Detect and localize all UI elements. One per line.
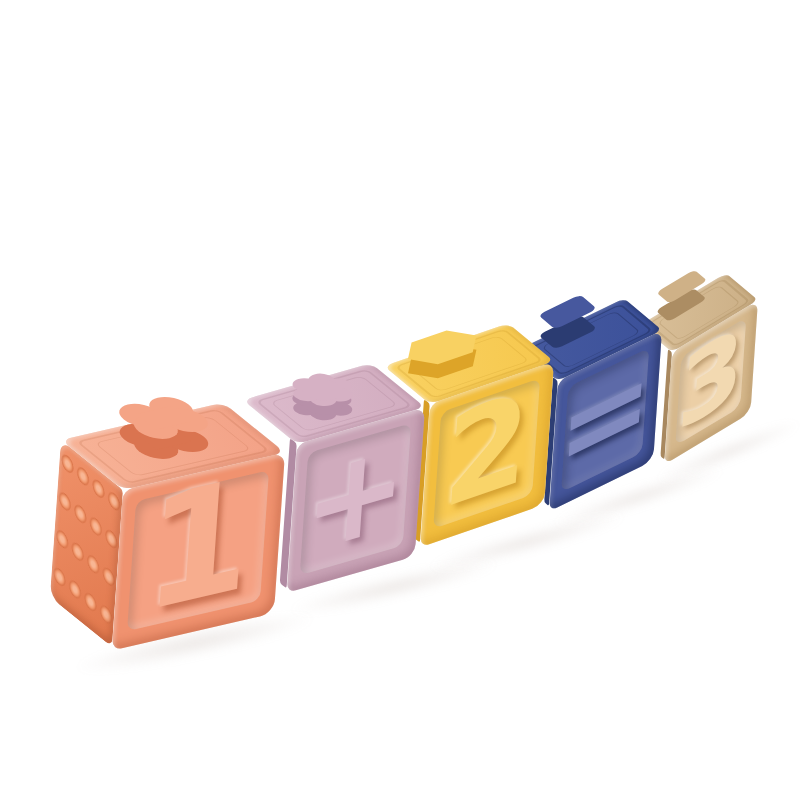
toy-blocks-photo: 3 = (0, 0, 800, 800)
block-1-symbol: 1 (140, 456, 256, 635)
block-1-panel: 1 (127, 470, 269, 631)
block-1: 1 (0, 0, 800, 800)
